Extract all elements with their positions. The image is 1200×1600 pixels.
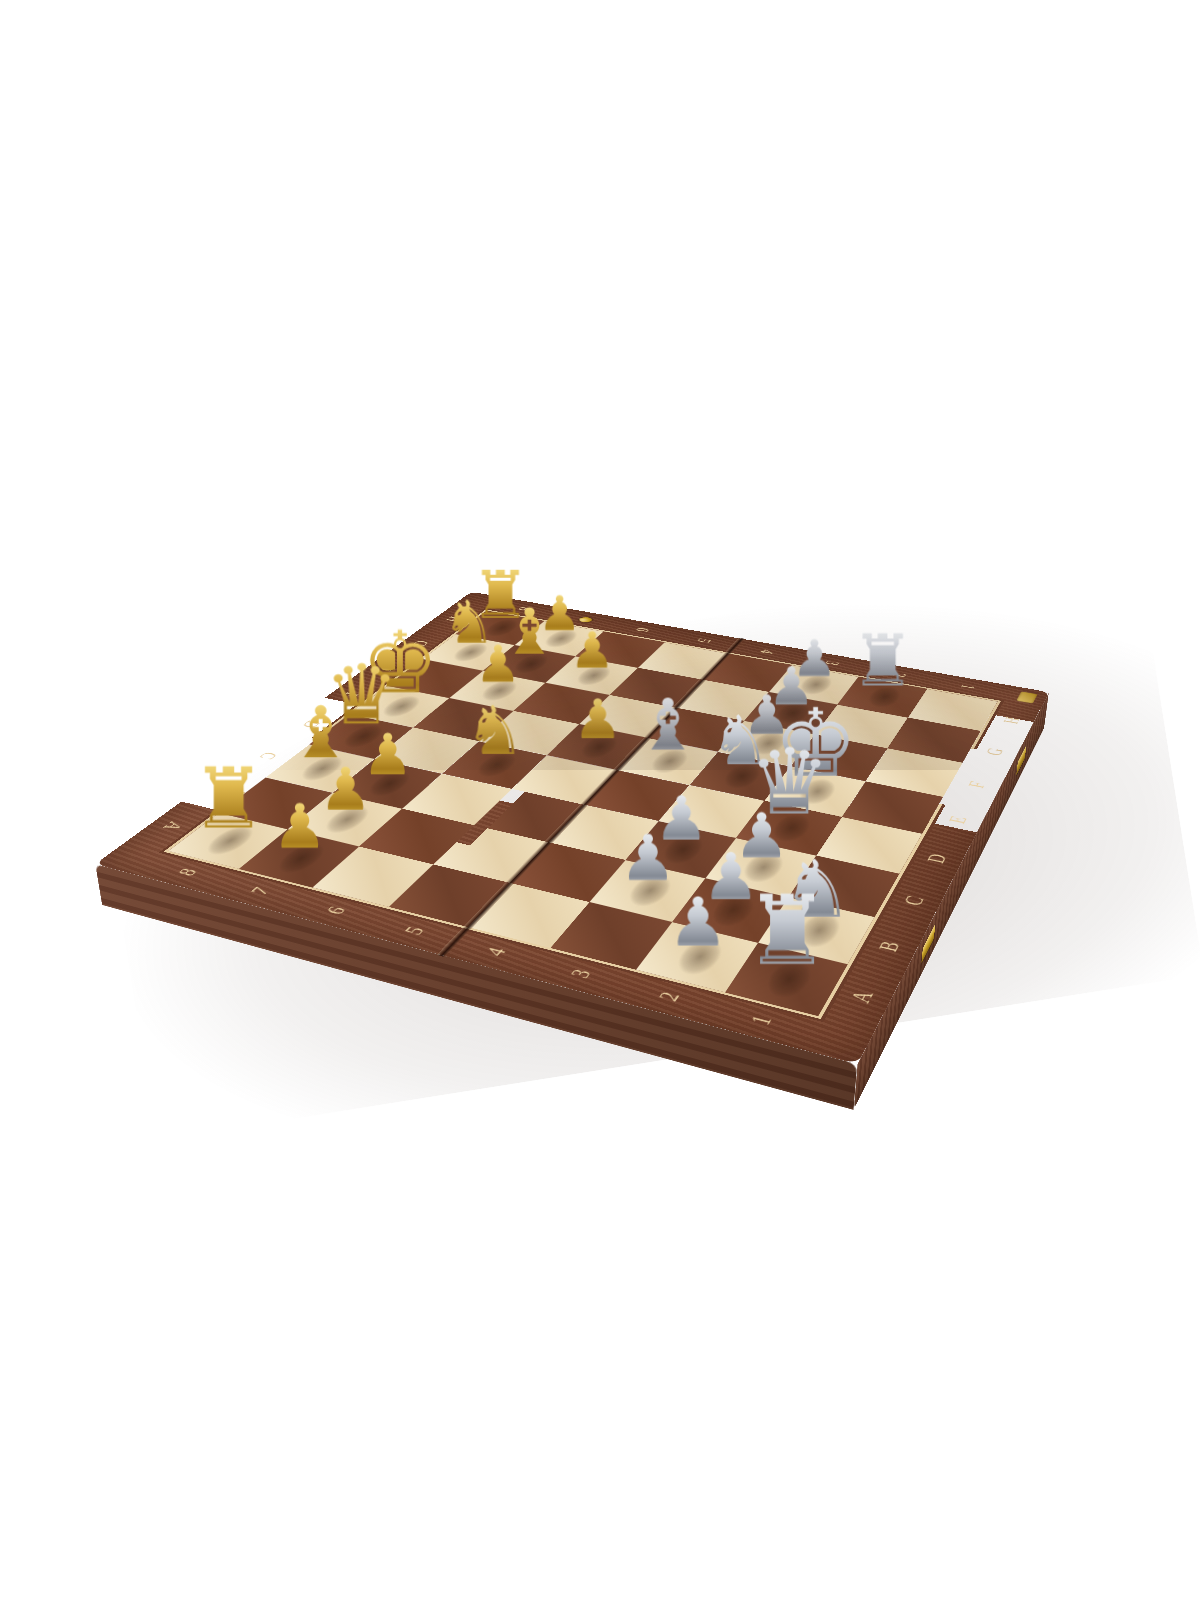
label-rank-5: 5 <box>398 924 430 937</box>
label-rank-7: 7 <box>245 884 276 896</box>
label-rank-8: 8 <box>173 866 204 878</box>
label-rank-2: 2 <box>652 989 686 1004</box>
label-rank-6: 6 <box>320 904 352 917</box>
label-file-F: F <box>963 779 991 790</box>
label-file-E: E <box>944 814 974 826</box>
gold-pawn-icon: ♟ <box>223 796 377 857</box>
label-file-A: A <box>845 987 881 1005</box>
label-file-B: B <box>873 938 907 954</box>
label-file-D: D <box>922 851 953 865</box>
label-rank-3: 3 <box>564 966 598 981</box>
label-rank-1: 1 <box>744 1012 779 1028</box>
label-rank-4: 4 <box>480 945 513 959</box>
label-file-C: C <box>898 893 930 908</box>
silver-rook-icon: ♜ <box>701 882 873 978</box>
